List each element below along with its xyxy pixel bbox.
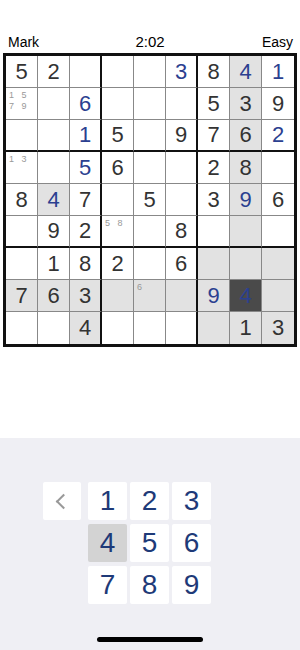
given-digit: 3 [207,189,219,211]
cell-r1c3[interactable] [70,56,102,88]
cell-r3c1[interactable] [6,120,38,152]
numpad-key-3[interactable]: 3 [172,482,211,520]
user-digit: 4 [239,285,251,307]
given-digit: 8 [239,157,251,179]
cell-r1c9[interactable]: 1 [262,56,294,88]
user-digit: 6 [79,93,91,115]
numpad-key-2[interactable]: 2 [130,482,169,520]
cell-r7c5[interactable] [134,248,166,280]
pencil-marks: 1 3 [9,154,27,165]
cell-r8c7[interactable]: 9 [198,280,230,312]
cell-r4c4[interactable]: 6 [102,152,134,184]
cell-r7c8[interactable] [230,248,262,280]
cell-r6c9[interactable] [262,216,294,248]
cell-r6c7[interactable] [198,216,230,248]
cell-r3c4[interactable]: 5 [102,120,134,152]
timer: 2:02 [0,33,300,50]
cell-r6c5[interactable] [134,216,166,248]
cell-r7c2[interactable]: 1 [38,248,70,280]
cell-r2c2[interactable] [38,88,70,120]
given-digit: 6 [272,189,284,211]
given-digit: 3 [272,317,284,339]
cell-r3c9[interactable]: 2 [262,120,294,152]
cell-r8c6[interactable] [166,280,198,312]
cell-r9c9[interactable]: 3 [262,312,294,344]
given-digit: 2 [207,157,219,179]
cell-r5c8[interactable]: 9 [230,184,262,216]
user-digit: 9 [207,285,219,307]
cell-r4c1[interactable]: 1 3 [6,152,38,184]
cell-r3c3[interactable]: 1 [70,120,102,152]
number-pad: 123456789 [88,482,211,604]
given-digit: 8 [79,253,91,275]
cell-r9c7[interactable] [198,312,230,344]
cell-r9c4[interactable] [102,312,134,344]
numpad-key-5[interactable]: 5 [130,524,169,562]
cell-r2c3[interactable]: 6 [70,88,102,120]
cell-r2c4[interactable] [102,88,134,120]
cell-r3c6[interactable]: 9 [166,120,198,152]
cell-r7c9[interactable] [262,248,294,280]
cell-r7c4[interactable]: 2 [102,248,134,280]
given-digit: 7 [207,124,219,146]
cell-r2c9[interactable]: 9 [262,88,294,120]
given-digit: 5 [143,189,155,211]
cell-r4c8[interactable]: 8 [230,152,262,184]
cell-r3c5[interactable] [134,120,166,152]
cell-r8c2[interactable]: 6 [38,280,70,312]
given-digit: 6 [111,157,123,179]
given-digit: 2 [111,253,123,275]
cell-r5c1[interactable]: 8 [6,184,38,216]
cell-r7c1[interactable] [6,248,38,280]
cell-r2c6[interactable] [166,88,198,120]
cell-r4c7[interactable]: 2 [198,152,230,184]
cell-r9c8[interactable]: 1 [230,312,262,344]
pencil-marks: 5 8 [105,218,123,229]
cell-r1c6[interactable]: 3 [166,56,198,88]
given-digit: 3 [79,285,91,307]
cell-r9c3[interactable]: 4 [70,312,102,344]
cell-r6c8[interactable] [230,216,262,248]
numpad-key-6[interactable]: 6 [172,524,211,562]
cell-r6c1[interactable] [6,216,38,248]
pencil-marks: 1 5 7 9 [9,90,27,112]
number-pad-panel: 123456789 [0,438,300,650]
difficulty-label: Easy [262,34,293,50]
cell-r4c9[interactable] [262,152,294,184]
cell-r7c7[interactable] [198,248,230,280]
cell-r8c8[interactable]: 4 [230,280,262,312]
given-digit: 3 [239,93,251,115]
cell-r8c4[interactable] [102,280,134,312]
cell-r7c3[interactable]: 8 [70,248,102,280]
numpad-key-4[interactable]: 4 [88,524,127,562]
cell-r5c6[interactable] [166,184,198,216]
cell-r1c7[interactable]: 8 [198,56,230,88]
given-digit: 8 [15,189,27,211]
chevron-left-icon [56,493,72,509]
pencil-marks: 6 [137,282,142,293]
numpad-key-1[interactable]: 1 [88,482,127,520]
cell-r6c3[interactable]: 2 [70,216,102,248]
cell-r2c8[interactable]: 3 [230,88,262,120]
cell-r6c2[interactable]: 9 [38,216,70,248]
given-digit: 7 [15,285,27,307]
numpad-key-9[interactable]: 9 [172,566,211,604]
cell-r5c2[interactable]: 4 [38,184,70,216]
cell-r3c2[interactable] [38,120,70,152]
given-digit: 8 [207,61,219,83]
cell-r2c5[interactable] [134,88,166,120]
given-digit: 5 [111,124,123,146]
cell-r4c6[interactable] [166,152,198,184]
cell-r8c5[interactable]: 6 [134,280,166,312]
given-digit: 2 [79,220,91,242]
given-digit: 2 [47,61,59,83]
cell-r6c6[interactable]: 8 [166,216,198,248]
cell-r9c1[interactable] [6,312,38,344]
given-digit: 5 [207,93,219,115]
cell-r9c2[interactable] [38,312,70,344]
numpad-key-8[interactable]: 8 [130,566,169,604]
cell-r3c8[interactable]: 6 [230,120,262,152]
given-digit: 1 [239,317,251,339]
user-digit: 9 [239,189,251,211]
user-digit: 4 [239,61,251,83]
given-digit: 8 [175,220,187,242]
cell-r1c4[interactable] [102,56,134,88]
cell-r5c9[interactable]: 6 [262,184,294,216]
given-digit: 6 [47,285,59,307]
given-digit: 6 [239,124,251,146]
status-row: Mark 2:02 Easy [0,34,300,52]
cell-r3c7[interactable]: 7 [198,120,230,152]
cell-r4c2[interactable] [38,152,70,184]
cell-r8c1[interactable]: 7 [6,280,38,312]
cell-r5c3[interactable]: 7 [70,184,102,216]
given-digit: 5 [15,61,27,83]
cell-r5c7[interactable]: 3 [198,184,230,216]
cell-r5c4[interactable] [102,184,134,216]
cell-r4c5[interactable] [134,152,166,184]
user-digit: 5 [79,157,91,179]
given-digit: 9 [272,93,284,115]
cell-r7c6[interactable]: 6 [166,248,198,280]
given-digit: 4 [79,317,91,339]
cell-r9c5[interactable] [134,312,166,344]
cell-r1c2[interactable]: 2 [38,56,70,88]
back-button[interactable] [43,482,81,520]
given-digit: 6 [175,253,187,275]
cell-r2c7[interactable]: 5 [198,88,230,120]
given-digit: 9 [47,220,59,242]
cell-r1c5[interactable] [134,56,166,88]
cell-r8c9[interactable] [262,280,294,312]
cell-r2c1[interactable]: 1 5 7 9 [6,88,38,120]
cell-r8c3[interactable]: 3 [70,280,102,312]
cell-r5c5[interactable]: 5 [134,184,166,216]
user-digit: 4 [47,189,59,211]
cell-r4c3[interactable]: 5 [70,152,102,184]
given-digit: 7 [79,189,91,211]
user-digit: 1 [79,124,91,146]
user-digit: 3 [175,61,187,83]
cell-r1c1[interactable]: 5 [6,56,38,88]
user-digit: 1 [272,61,284,83]
given-digit: 1 [47,253,59,275]
user-digit: 2 [272,124,284,146]
cell-r6c4[interactable]: 5 8 [102,216,134,248]
sudoku-board: 5238411 5 7 965391597621 356288475396925… [3,53,297,347]
given-digit: 9 [175,124,187,146]
numpad-key-7[interactable]: 7 [88,566,127,604]
cell-r1c8[interactable]: 4 [230,56,262,88]
home-indicator[interactable] [97,637,203,642]
cell-r9c6[interactable] [166,312,198,344]
